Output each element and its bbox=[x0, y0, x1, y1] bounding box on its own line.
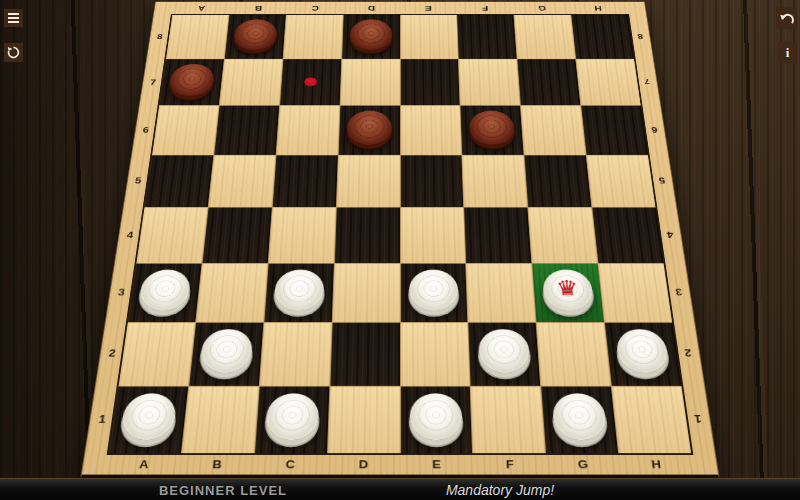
dark-man-piece[interactable] bbox=[168, 64, 215, 96]
checkers-board: ABCDEFGH ABCDEFGH 87654321 87654321 ♛ bbox=[80, 2, 720, 480]
square-g5[interactable] bbox=[525, 155, 592, 207]
king-crown-icon: ♛ bbox=[555, 278, 579, 298]
square-a1[interactable] bbox=[109, 386, 188, 453]
square-e1[interactable] bbox=[400, 386, 472, 453]
square-c1[interactable] bbox=[255, 386, 329, 453]
file-label: C bbox=[286, 2, 343, 15]
white-man-piece[interactable] bbox=[410, 393, 463, 440]
square-d6[interactable] bbox=[338, 106, 399, 155]
info-icon: i bbox=[786, 45, 790, 61]
hamburger-icon bbox=[8, 17, 19, 19]
dark-man-piece[interactable] bbox=[347, 111, 392, 145]
square-g3[interactable]: ♛ bbox=[532, 263, 603, 322]
file-labels-top: ABCDEFGH bbox=[172, 2, 627, 15]
white-man-piece[interactable] bbox=[478, 329, 531, 373]
square-a5[interactable] bbox=[145, 155, 214, 207]
square-b3[interactable] bbox=[196, 263, 267, 322]
square-f7[interactable] bbox=[459, 59, 520, 105]
square-a8[interactable] bbox=[166, 15, 229, 59]
white-man-piece[interactable] bbox=[199, 329, 253, 373]
file-label: E bbox=[400, 453, 474, 474]
square-b8[interactable] bbox=[225, 15, 286, 59]
square-c6[interactable] bbox=[276, 106, 339, 155]
square-b1[interactable] bbox=[182, 386, 259, 453]
menu-button[interactable] bbox=[4, 9, 23, 27]
square-h6[interactable] bbox=[581, 106, 648, 155]
square-e4[interactable] bbox=[400, 208, 465, 263]
checkers-game-screen: ABCDEFGH ABCDEFGH 87654321 87654321 ♛ i … bbox=[0, 0, 800, 500]
square-h3[interactable] bbox=[599, 263, 673, 322]
file-label: F bbox=[456, 2, 513, 15]
dark-man-piece[interactable] bbox=[233, 19, 278, 49]
file-label: B bbox=[229, 2, 287, 15]
board-grid: ♛ bbox=[109, 15, 691, 453]
square-h4[interactable] bbox=[592, 208, 663, 263]
square-d2[interactable] bbox=[330, 323, 400, 386]
square-d1[interactable] bbox=[328, 386, 400, 453]
square-a3[interactable] bbox=[128, 263, 202, 322]
square-a4[interactable] bbox=[136, 208, 207, 263]
square-b4[interactable] bbox=[202, 208, 271, 263]
file-label: C bbox=[253, 453, 327, 474]
square-g7[interactable] bbox=[518, 59, 581, 105]
square-f2[interactable] bbox=[469, 323, 541, 386]
file-labels-bottom: ABCDEFGH bbox=[106, 453, 694, 474]
board-frame: ABCDEFGH ABCDEFGH 87654321 87654321 ♛ bbox=[80, 2, 720, 480]
square-e8[interactable] bbox=[400, 15, 458, 59]
square-h1[interactable] bbox=[612, 386, 691, 453]
restart-icon bbox=[6, 45, 21, 60]
jump-landing-hint-dot bbox=[304, 77, 317, 86]
square-c4[interactable] bbox=[268, 208, 335, 263]
restart-button[interactable] bbox=[4, 43, 23, 62]
square-h7[interactable] bbox=[576, 59, 640, 105]
file-label: G bbox=[513, 2, 571, 15]
square-d5[interactable] bbox=[336, 155, 399, 207]
square-g2[interactable] bbox=[537, 323, 611, 386]
status-bar: BEGINNER LEVEL Mandatory Jump! bbox=[0, 478, 800, 500]
square-b2[interactable] bbox=[189, 323, 263, 386]
difficulty-level-label: BEGINNER LEVEL bbox=[159, 482, 287, 497]
square-f4[interactable] bbox=[464, 208, 531, 263]
square-c7[interactable] bbox=[280, 59, 341, 105]
square-g6[interactable] bbox=[521, 106, 586, 155]
square-b7[interactable] bbox=[220, 59, 283, 105]
info-button[interactable]: i bbox=[778, 42, 797, 63]
hamburger-icon bbox=[8, 13, 19, 15]
square-f3[interactable] bbox=[466, 263, 535, 322]
square-c2[interactable] bbox=[260, 323, 332, 386]
square-c5[interactable] bbox=[272, 155, 337, 207]
file-label: H bbox=[569, 2, 627, 15]
white-man-piece[interactable] bbox=[138, 270, 192, 311]
square-c3[interactable] bbox=[264, 263, 333, 322]
undo-arrow-icon bbox=[778, 10, 795, 27]
square-f8[interactable] bbox=[457, 15, 516, 59]
white-man-piece[interactable] bbox=[551, 393, 607, 440]
square-f6[interactable] bbox=[461, 106, 524, 155]
square-a2[interactable] bbox=[119, 323, 195, 386]
square-c8[interactable] bbox=[283, 15, 342, 59]
file-label: D bbox=[343, 2, 400, 15]
square-b5[interactable] bbox=[209, 155, 276, 207]
white-man-piece[interactable] bbox=[120, 393, 178, 440]
white-man-piece[interactable] bbox=[614, 329, 670, 373]
dark-man-piece[interactable] bbox=[350, 19, 393, 49]
square-e3[interactable] bbox=[400, 263, 467, 322]
square-e5[interactable] bbox=[400, 155, 463, 207]
square-a6[interactable] bbox=[152, 106, 219, 155]
square-e7[interactable] bbox=[400, 59, 459, 105]
square-e2[interactable] bbox=[400, 323, 470, 386]
file-label: G bbox=[546, 453, 621, 474]
white-man-piece[interactable] bbox=[265, 393, 320, 440]
square-g1[interactable] bbox=[541, 386, 618, 453]
square-g4[interactable] bbox=[528, 208, 597, 263]
table-scene: ABCDEFGH ABCDEFGH 87654321 87654321 ♛ bbox=[0, 0, 800, 500]
square-d8[interactable] bbox=[342, 15, 400, 59]
file-label: F bbox=[473, 453, 547, 474]
hamburger-icon bbox=[8, 21, 19, 23]
square-d7[interactable] bbox=[340, 59, 399, 105]
white-king-piece[interactable]: ♛ bbox=[541, 270, 594, 311]
square-g8[interactable] bbox=[514, 15, 575, 59]
dark-man-piece[interactable] bbox=[469, 111, 515, 145]
white-man-piece[interactable] bbox=[274, 270, 325, 311]
square-h8[interactable] bbox=[571, 15, 634, 59]
file-label: B bbox=[179, 453, 254, 474]
square-f5[interactable] bbox=[463, 155, 528, 207]
square-h2[interactable] bbox=[605, 323, 681, 386]
square-d4[interactable] bbox=[334, 208, 399, 263]
square-d3[interactable] bbox=[332, 263, 399, 322]
square-e6[interactable] bbox=[400, 106, 461, 155]
square-f1[interactable] bbox=[471, 386, 545, 453]
file-label: H bbox=[618, 453, 694, 474]
file-label: A bbox=[172, 2, 230, 15]
file-label: D bbox=[326, 453, 400, 474]
undo-button[interactable] bbox=[776, 7, 797, 29]
white-man-piece[interactable] bbox=[409, 270, 459, 311]
square-h5[interactable] bbox=[587, 155, 656, 207]
square-b6[interactable] bbox=[214, 106, 279, 155]
game-message: Mandatory Jump! bbox=[446, 482, 554, 498]
square-a7[interactable] bbox=[159, 59, 223, 105]
file-label: E bbox=[400, 2, 457, 15]
file-label: A bbox=[106, 453, 182, 474]
